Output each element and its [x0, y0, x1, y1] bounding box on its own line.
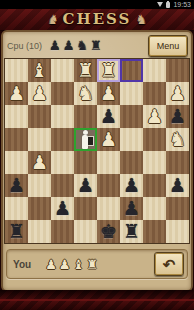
you-bar: You ♟♟♝♜ ↶ — [6, 249, 188, 279]
square-d3[interactable]: ♟ — [74, 174, 97, 197]
game-panel: Cpu (10) ♟♟♞♜ Menu ♝♜♜♟♟♞♟♟♟♟♟♟♞♟♟♟♟♟♟♟♜… — [1, 30, 193, 292]
black-pawn: ♟ — [54, 199, 71, 219]
square-g3[interactable] — [143, 174, 166, 197]
undo-button[interactable]: ↶ — [154, 252, 184, 276]
square-c8[interactable] — [51, 59, 74, 82]
white-pawn: ♟ — [31, 153, 48, 173]
black-rook-captured: ♜ — [90, 39, 102, 52]
white-pawn-captured: ♟ — [45, 258, 57, 271]
square-c5[interactable] — [51, 128, 74, 151]
board: ♝♜♜♟♟♞♟♟♟♟♟♟♞♟♟♟♟♟♟♟♜♚♜ — [4, 58, 190, 244]
square-f8[interactable] — [120, 59, 143, 82]
white-bishop: ♝ — [31, 61, 48, 81]
undo-icon: ↶ — [163, 257, 176, 272]
status-bar: 19:53 — [0, 0, 194, 9]
square-g2[interactable] — [143, 197, 166, 220]
white-pawn: ♟ — [8, 84, 25, 104]
white-knight: ♞ — [77, 84, 94, 104]
square-f7[interactable] — [120, 82, 143, 105]
black-pawn: ♟ — [100, 107, 117, 127]
square-g4[interactable] — [143, 151, 166, 174]
square-e4[interactable] — [97, 151, 120, 174]
wifi-icon — [157, 2, 163, 7]
square-a8[interactable] — [5, 59, 28, 82]
square-b8[interactable]: ♝ — [28, 59, 51, 82]
white-rook: ♜ — [100, 61, 117, 81]
square-a6[interactable] — [5, 105, 28, 128]
square-e6[interactable]: ♟ — [97, 105, 120, 128]
square-b4[interactable]: ♟ — [28, 151, 51, 174]
black-pawn-captured: ♟ — [63, 39, 75, 52]
black-pawn: ♟ — [8, 176, 25, 196]
square-e2[interactable] — [97, 197, 120, 220]
square-h4[interactable] — [166, 151, 189, 174]
square-d6[interactable] — [74, 105, 97, 128]
square-f6[interactable] — [120, 105, 143, 128]
black-pawn: ♟ — [169, 176, 186, 196]
square-h8[interactable] — [166, 59, 189, 82]
square-c1[interactable] — [51, 220, 74, 243]
clock-time: 19:53 — [173, 1, 191, 8]
square-d8[interactable]: ♜ — [74, 59, 97, 82]
you-captured: ♟♟♝♜ — [45, 258, 154, 271]
square-b5[interactable] — [28, 128, 51, 151]
square-g8[interactable] — [143, 59, 166, 82]
knight-left-icon: ♞ — [47, 13, 59, 26]
square-e1[interactable]: ♚ — [97, 220, 120, 243]
square-d5[interactable] — [74, 128, 97, 151]
square-a5[interactable] — [5, 128, 28, 151]
shield-prop-icon — [87, 136, 94, 146]
white-bishop-captured: ♝ — [72, 258, 84, 271]
black-rook: ♜ — [8, 222, 25, 242]
square-d1[interactable] — [74, 220, 97, 243]
square-d2[interactable] — [74, 197, 97, 220]
cpu-captured: ♟♟♞♜ — [49, 39, 148, 52]
white-pawn: ♟ — [100, 84, 117, 104]
square-h3[interactable]: ♟ — [166, 174, 189, 197]
square-f3[interactable]: ♟ — [120, 174, 143, 197]
cpu-bar: Cpu (10) ♟♟♞♜ Menu — [3, 32, 191, 58]
square-f1[interactable]: ♜ — [120, 220, 143, 243]
square-b2[interactable] — [28, 197, 51, 220]
cpu-label: Cpu (10) — [7, 41, 42, 51]
square-a7[interactable]: ♟ — [5, 82, 28, 105]
square-h2[interactable] — [166, 197, 189, 220]
square-a2[interactable] — [5, 197, 28, 220]
square-b7[interactable]: ♟ — [28, 82, 51, 105]
square-f4[interactable] — [120, 151, 143, 174]
square-c6[interactable] — [51, 105, 74, 128]
square-f5[interactable] — [120, 128, 143, 151]
white-pawn: ♟ — [169, 84, 186, 104]
white-rook-captured: ♜ — [86, 258, 98, 271]
black-knight-captured: ♞ — [76, 39, 88, 52]
battery-icon — [166, 2, 170, 8]
black-rook: ♜ — [123, 222, 140, 242]
square-e5[interactable]: ♟ — [97, 128, 120, 151]
white-pawn: ♟ — [31, 84, 48, 104]
app-title: CHESS — [63, 12, 132, 27]
square-g1[interactable] — [143, 220, 166, 243]
square-h5[interactable]: ♞ — [166, 128, 189, 151]
square-b6[interactable] — [28, 105, 51, 128]
square-a4[interactable] — [5, 151, 28, 174]
square-d7[interactable]: ♞ — [74, 82, 97, 105]
square-h1[interactable] — [166, 220, 189, 243]
square-d4[interactable] — [74, 151, 97, 174]
black-king: ♚ — [100, 222, 117, 242]
square-g5[interactable] — [143, 128, 166, 151]
square-b1[interactable] — [28, 220, 51, 243]
square-e7[interactable]: ♟ — [97, 82, 120, 105]
square-c4[interactable] — [51, 151, 74, 174]
square-g7[interactable] — [143, 82, 166, 105]
white-knight: ♞ — [169, 130, 186, 150]
square-f2[interactable]: ♟ — [120, 197, 143, 220]
square-a1[interactable]: ♜ — [5, 220, 28, 243]
white-rook: ♜ — [77, 61, 94, 81]
you-label: You — [13, 259, 31, 270]
black-pawn-captured: ♟ — [49, 39, 61, 52]
white-pawn: ♟ — [146, 107, 163, 127]
square-c7[interactable] — [51, 82, 74, 105]
title-bar: ♞ CHESS ♞ — [0, 9, 194, 31]
white-pawn: ♟ — [100, 130, 117, 150]
black-pawn: ♟ — [123, 176, 140, 196]
square-a3[interactable]: ♟ — [5, 174, 28, 197]
black-pawn: ♟ — [77, 176, 94, 196]
square-c2[interactable]: ♟ — [51, 197, 74, 220]
square-b3[interactable] — [28, 174, 51, 197]
black-pawn: ♟ — [123, 199, 140, 219]
white-king-figure — [75, 129, 96, 150]
square-g6[interactable]: ♟ — [143, 105, 166, 128]
square-h6[interactable]: ♟ — [166, 105, 189, 128]
square-e8[interactable]: ♜ — [97, 59, 120, 82]
square-c3[interactable] — [51, 174, 74, 197]
square-e3[interactable] — [97, 174, 120, 197]
square-h7[interactable]: ♟ — [166, 82, 189, 105]
black-pawn: ♟ — [169, 107, 186, 127]
white-pawn-captured: ♟ — [59, 258, 71, 271]
menu-button[interactable]: Menu — [148, 35, 188, 57]
bottom-frame — [0, 290, 194, 310]
knight-right-icon: ♞ — [135, 13, 147, 26]
